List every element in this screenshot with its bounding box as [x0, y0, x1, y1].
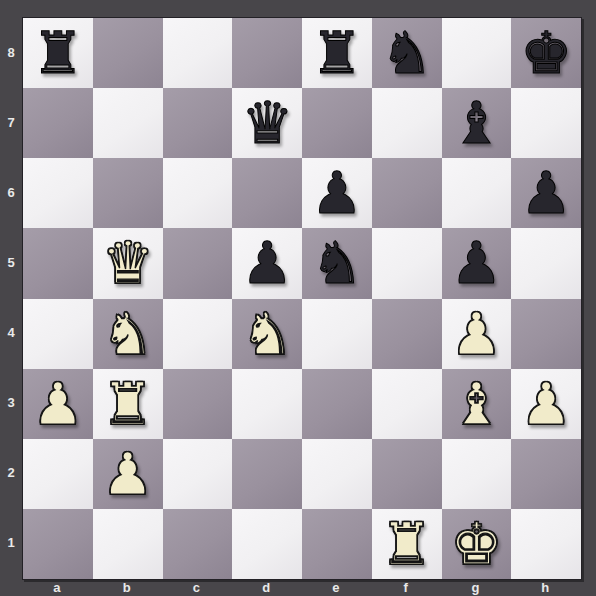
piece-white-bishop[interactable]: ♝	[450, 375, 502, 433]
square-h6[interactable]: ♟	[511, 158, 581, 228]
piece-white-knight[interactable]: ♞	[241, 305, 293, 363]
square-g6[interactable]	[442, 158, 512, 228]
piece-white-rook[interactable]: ♜	[381, 515, 433, 573]
file-label-c: c	[162, 578, 232, 596]
square-h5[interactable]	[511, 228, 581, 298]
square-f7[interactable]	[372, 88, 442, 158]
square-c3[interactable]	[163, 369, 233, 439]
rank-labels: 87654321	[0, 17, 22, 578]
square-h2[interactable]	[511, 439, 581, 509]
piece-black-pawn[interactable]: ♟	[450, 234, 502, 292]
square-c6[interactable]	[163, 158, 233, 228]
square-h1[interactable]	[511, 509, 581, 579]
square-e3[interactable]	[302, 369, 372, 439]
square-e7[interactable]	[302, 88, 372, 158]
piece-white-pawn[interactable]: ♟	[520, 375, 572, 433]
file-label-d: d	[231, 578, 301, 596]
piece-black-rook[interactable]: ♜	[32, 24, 84, 82]
square-b3[interactable]: ♜	[93, 369, 163, 439]
square-c4[interactable]	[163, 299, 233, 369]
rank-label-6: 6	[0, 157, 22, 227]
square-e2[interactable]	[302, 439, 372, 509]
piece-white-knight[interactable]: ♞	[102, 305, 154, 363]
square-b1[interactable]	[93, 509, 163, 579]
square-a7[interactable]	[23, 88, 93, 158]
rank-label-7: 7	[0, 87, 22, 157]
square-g8[interactable]	[442, 18, 512, 88]
piece-white-rook[interactable]: ♜	[102, 375, 154, 433]
square-h8[interactable]: ♚	[511, 18, 581, 88]
square-f6[interactable]	[372, 158, 442, 228]
square-e1[interactable]	[302, 509, 372, 579]
square-a1[interactable]	[23, 509, 93, 579]
square-c2[interactable]	[163, 439, 233, 509]
rank-label-4: 4	[0, 298, 22, 368]
file-label-g: g	[441, 578, 511, 596]
square-f1[interactable]: ♜	[372, 509, 442, 579]
square-c1[interactable]	[163, 509, 233, 579]
square-d8[interactable]	[232, 18, 302, 88]
square-d7[interactable]: ♛	[232, 88, 302, 158]
piece-black-knight[interactable]: ♞	[381, 24, 433, 82]
square-d6[interactable]	[232, 158, 302, 228]
square-g3[interactable]: ♝	[442, 369, 512, 439]
square-h3[interactable]: ♟	[511, 369, 581, 439]
square-b7[interactable]	[93, 88, 163, 158]
square-d1[interactable]	[232, 509, 302, 579]
piece-black-bishop[interactable]: ♝	[450, 94, 502, 152]
piece-white-queen[interactable]: ♛	[102, 234, 154, 292]
file-label-h: h	[510, 578, 580, 596]
square-h7[interactable]	[511, 88, 581, 158]
square-f3[interactable]	[372, 369, 442, 439]
square-b4[interactable]: ♞	[93, 299, 163, 369]
rank-label-8: 8	[0, 17, 22, 87]
square-g5[interactable]: ♟	[442, 228, 512, 298]
file-label-f: f	[371, 578, 441, 596]
square-e8[interactable]: ♜	[302, 18, 372, 88]
square-b6[interactable]	[93, 158, 163, 228]
square-a3[interactable]: ♟	[23, 369, 93, 439]
square-a8[interactable]: ♜	[23, 18, 93, 88]
square-b2[interactable]: ♟	[93, 439, 163, 509]
square-e5[interactable]: ♞	[302, 228, 372, 298]
rank-label-1: 1	[0, 508, 22, 578]
square-a6[interactable]	[23, 158, 93, 228]
rank-label-5: 5	[0, 227, 22, 297]
square-c7[interactable]	[163, 88, 233, 158]
piece-black-pawn[interactable]: ♟	[520, 164, 572, 222]
file-label-a: a	[22, 578, 92, 596]
square-d4[interactable]: ♞	[232, 299, 302, 369]
square-f8[interactable]: ♞	[372, 18, 442, 88]
piece-white-pawn[interactable]: ♟	[32, 375, 84, 433]
square-a4[interactable]	[23, 299, 93, 369]
square-f2[interactable]	[372, 439, 442, 509]
chess-board-frame: 87654321 ♜♜♞♚♛♝♟♟♛♟♞♟♞♞♟♟♜♝♟♟♜♚ abcdefgh	[0, 0, 596, 596]
square-b8[interactable]	[93, 18, 163, 88]
square-e4[interactable]	[302, 299, 372, 369]
piece-black-queen[interactable]: ♛	[241, 94, 293, 152]
square-f5[interactable]	[372, 228, 442, 298]
piece-black-pawn[interactable]: ♟	[241, 234, 293, 292]
square-d5[interactable]: ♟	[232, 228, 302, 298]
square-e6[interactable]: ♟	[302, 158, 372, 228]
square-a5[interactable]	[23, 228, 93, 298]
square-d2[interactable]	[232, 439, 302, 509]
square-c5[interactable]	[163, 228, 233, 298]
square-c8[interactable]	[163, 18, 233, 88]
square-f4[interactable]	[372, 299, 442, 369]
square-g4[interactable]: ♟	[442, 299, 512, 369]
piece-white-pawn[interactable]: ♟	[102, 445, 154, 503]
piece-black-knight[interactable]: ♞	[311, 234, 363, 292]
square-b5[interactable]: ♛	[93, 228, 163, 298]
piece-black-king[interactable]: ♚	[520, 24, 572, 82]
rank-label-3: 3	[0, 368, 22, 438]
square-g7[interactable]: ♝	[442, 88, 512, 158]
chess-board: ♜♜♞♚♛♝♟♟♛♟♞♟♞♞♟♟♜♝♟♟♜♚	[22, 17, 582, 580]
file-label-b: b	[92, 578, 162, 596]
file-label-e: e	[301, 578, 371, 596]
piece-black-pawn[interactable]: ♟	[311, 164, 363, 222]
piece-black-rook[interactable]: ♜	[311, 24, 363, 82]
square-a2[interactable]	[23, 439, 93, 509]
piece-white-pawn[interactable]: ♟	[450, 305, 502, 363]
square-d3[interactable]	[232, 369, 302, 439]
file-labels: abcdefgh	[22, 578, 580, 596]
piece-white-king[interactable]: ♚	[450, 515, 502, 573]
square-g1[interactable]: ♚	[442, 509, 512, 579]
square-g2[interactable]	[442, 439, 512, 509]
rank-label-2: 2	[0, 438, 22, 508]
square-h4[interactable]	[511, 299, 581, 369]
